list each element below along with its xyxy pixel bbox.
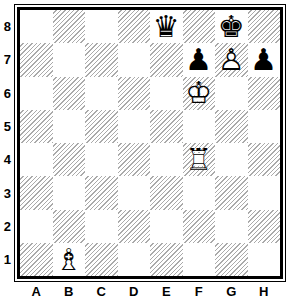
- square-f6[interactable]: ♚♔: [183, 77, 216, 110]
- square-b3[interactable]: [53, 176, 86, 209]
- file-label-b: B: [53, 284, 86, 299]
- square-g5[interactable]: [215, 110, 248, 143]
- square-b5[interactable]: [53, 110, 86, 143]
- square-h6[interactable]: [248, 77, 281, 110]
- square-a6[interactable]: [20, 77, 53, 110]
- file-label-h: H: [248, 284, 281, 299]
- square-g7[interactable]: ♟♙: [215, 43, 248, 76]
- square-h4[interactable]: [248, 143, 281, 176]
- square-h8[interactable]: [248, 10, 281, 43]
- chess-diagram: 87654321 ♛♚♟♟♙♟♚♔♜♖♝♗ ABCDEFGH: [0, 0, 294, 300]
- square-a2[interactable]: [20, 210, 53, 243]
- rank-label-7: 7: [0, 43, 11, 76]
- rank-label-3: 3: [0, 176, 11, 209]
- square-c7[interactable]: [85, 43, 118, 76]
- piece-white-rook: ♜♖: [185, 145, 212, 175]
- square-b7[interactable]: [53, 43, 86, 76]
- square-d6[interactable]: [118, 77, 151, 110]
- square-h1[interactable]: [248, 243, 281, 276]
- piece-black-queen: ♛: [153, 12, 180, 42]
- piece-black-king: ♚: [218, 12, 245, 42]
- piece-black-pawn: ♟: [185, 45, 212, 75]
- square-d4[interactable]: [118, 143, 151, 176]
- square-e2[interactable]: [150, 210, 183, 243]
- square-e5[interactable]: [150, 110, 183, 143]
- square-a1[interactable]: [20, 243, 53, 276]
- square-e3[interactable]: [150, 176, 183, 209]
- rank-label-2: 2: [0, 210, 11, 243]
- rank-labels: 87654321: [0, 10, 11, 276]
- rank-label-4: 4: [0, 143, 11, 176]
- board-border: ♛♚♟♟♙♟♚♔♜♖♝♗: [14, 4, 286, 282]
- square-b4[interactable]: [53, 143, 86, 176]
- square-a7[interactable]: [20, 43, 53, 76]
- square-b1[interactable]: ♝♗: [53, 243, 86, 276]
- square-c3[interactable]: [85, 176, 118, 209]
- square-e4[interactable]: [150, 143, 183, 176]
- square-b6[interactable]: [53, 77, 86, 110]
- square-h7[interactable]: ♟: [248, 43, 281, 76]
- square-h5[interactable]: [248, 110, 281, 143]
- square-g3[interactable]: [215, 176, 248, 209]
- square-c8[interactable]: [85, 10, 118, 43]
- square-g2[interactable]: [215, 210, 248, 243]
- file-label-f: F: [183, 284, 216, 299]
- rank-label-8: 8: [0, 10, 11, 43]
- board-inner-border: ♛♚♟♟♙♟♚♔♜♖♝♗: [17, 7, 283, 279]
- rank-label-1: 1: [0, 243, 11, 276]
- rank-label-5: 5: [0, 110, 11, 143]
- square-b2[interactable]: [53, 210, 86, 243]
- square-f8[interactable]: [183, 10, 216, 43]
- square-a4[interactable]: [20, 143, 53, 176]
- square-e7[interactable]: [150, 43, 183, 76]
- square-a8[interactable]: [20, 10, 53, 43]
- rank-label-6: 6: [0, 77, 11, 110]
- square-d5[interactable]: [118, 110, 151, 143]
- square-g4[interactable]: [215, 143, 248, 176]
- square-a5[interactable]: [20, 110, 53, 143]
- square-g1[interactable]: [215, 243, 248, 276]
- square-c6[interactable]: [85, 77, 118, 110]
- square-c5[interactable]: [85, 110, 118, 143]
- square-h2[interactable]: [248, 210, 281, 243]
- square-h3[interactable]: [248, 176, 281, 209]
- square-a3[interactable]: [20, 176, 53, 209]
- square-f5[interactable]: [183, 110, 216, 143]
- square-d7[interactable]: [118, 43, 151, 76]
- square-d3[interactable]: [118, 176, 151, 209]
- square-e1[interactable]: [150, 243, 183, 276]
- piece-white-pawn: ♟♙: [218, 45, 245, 75]
- file-label-g: G: [215, 284, 248, 299]
- file-label-d: D: [118, 284, 151, 299]
- square-d2[interactable]: [118, 210, 151, 243]
- square-f4[interactable]: ♜♖: [183, 143, 216, 176]
- square-d8[interactable]: [118, 10, 151, 43]
- square-f1[interactable]: [183, 243, 216, 276]
- piece-white-king: ♚♔: [185, 78, 212, 108]
- square-b8[interactable]: [53, 10, 86, 43]
- square-d1[interactable]: [118, 243, 151, 276]
- square-e8[interactable]: ♛: [150, 10, 183, 43]
- chess-board: ♛♚♟♟♙♟♚♔♜♖♝♗: [20, 10, 280, 276]
- square-g8[interactable]: ♚: [215, 10, 248, 43]
- square-f2[interactable]: [183, 210, 216, 243]
- square-c4[interactable]: [85, 143, 118, 176]
- piece-white-bishop: ♝♗: [55, 245, 82, 275]
- square-f3[interactable]: [183, 176, 216, 209]
- square-g6[interactable]: [215, 77, 248, 110]
- square-f7[interactable]: ♟: [183, 43, 216, 76]
- file-labels: ABCDEFGH: [20, 284, 280, 299]
- square-c1[interactable]: [85, 243, 118, 276]
- file-label-e: E: [150, 284, 183, 299]
- file-label-a: A: [20, 284, 53, 299]
- piece-black-pawn: ♟: [250, 45, 277, 75]
- file-label-c: C: [85, 284, 118, 299]
- square-c2[interactable]: [85, 210, 118, 243]
- square-e6[interactable]: [150, 77, 183, 110]
